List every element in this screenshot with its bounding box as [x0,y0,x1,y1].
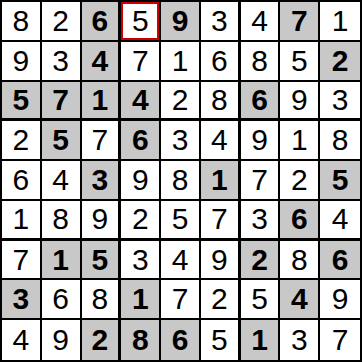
cell-r8c3[interactable]: 8 [82,280,122,320]
cell-r9c4[interactable]: 8 [121,320,161,360]
cell-r7c1[interactable]: 7 [2,241,42,281]
cell-r1c7[interactable]: 4 [241,2,281,42]
cell-r6c3[interactable]: 9 [82,201,122,241]
cell-r4c1[interactable]: 2 [2,121,42,161]
cell-r1c9[interactable]: 1 [320,2,360,42]
cell-r6c8[interactable]: 6 [280,201,320,241]
cell-r7c4[interactable]: 3 [121,241,161,281]
cell-r5c8[interactable]: 2 [280,161,320,201]
cell-r9c8[interactable]: 3 [280,320,320,360]
cell-r6c9[interactable]: 4 [320,201,360,241]
cell-r8c5[interactable]: 7 [161,280,201,320]
cell-r1c4[interactable]: 5 [121,2,161,42]
cell-r2c5[interactable]: 1 [161,42,201,82]
cell-r2c8[interactable]: 5 [280,42,320,82]
cell-r4c6[interactable]: 4 [201,121,241,161]
cell-r4c7[interactable]: 9 [241,121,281,161]
cell-r1c6[interactable]: 3 [201,2,241,42]
cell-r2c3[interactable]: 4 [82,42,122,82]
cell-r3c4[interactable]: 4 [121,82,161,122]
cell-r9c1[interactable]: 4 [2,320,42,360]
cell-r3c7[interactable]: 6 [241,82,281,122]
cell-r3c2[interactable]: 7 [42,82,82,122]
cell-r2c9[interactable]: 2 [320,42,360,82]
cell-r4c9[interactable]: 8 [320,121,360,161]
cell-r1c3[interactable]: 6 [82,2,122,42]
cell-r2c4[interactable]: 7 [121,42,161,82]
cell-r6c6[interactable]: 7 [201,201,241,241]
cell-r7c6[interactable]: 9 [201,241,241,281]
cell-r2c7[interactable]: 8 [241,42,281,82]
cell-r4c2[interactable]: 5 [42,121,82,161]
cell-r7c9[interactable]: 6 [320,241,360,281]
cell-r8c7[interactable]: 5 [241,280,281,320]
cell-r6c2[interactable]: 8 [42,201,82,241]
cell-r6c4[interactable]: 2 [121,201,161,241]
cell-r5c4[interactable]: 9 [121,161,161,201]
cell-r8c2[interactable]: 6 [42,280,82,320]
cell-r5c5[interactable]: 8 [161,161,201,201]
cell-r5c7[interactable]: 7 [241,161,281,201]
cell-r9c9[interactable]: 7 [320,320,360,360]
cell-r1c1[interactable]: 8 [2,2,42,42]
cell-r5c3[interactable]: 3 [82,161,122,201]
cell-r3c9[interactable]: 3 [320,82,360,122]
cell-r9c5[interactable]: 6 [161,320,201,360]
cell-r7c7[interactable]: 2 [241,241,281,281]
cell-r3c6[interactable]: 8 [201,82,241,122]
cell-r6c7[interactable]: 3 [241,201,281,241]
cell-r9c6[interactable]: 5 [201,320,241,360]
cell-r8c8[interactable]: 4 [280,280,320,320]
cell-r6c1[interactable]: 1 [2,201,42,241]
cell-r8c9[interactable]: 9 [320,280,360,320]
cell-r5c9[interactable]: 5 [320,161,360,201]
cell-r8c1[interactable]: 3 [2,280,42,320]
cell-r3c5[interactable]: 2 [161,82,201,122]
cell-r5c1[interactable]: 6 [2,161,42,201]
cell-r4c5[interactable]: 3 [161,121,201,161]
cell-r8c4[interactable]: 1 [121,280,161,320]
cell-r7c3[interactable]: 5 [82,241,122,281]
cell-r4c8[interactable]: 1 [280,121,320,161]
cell-r2c1[interactable]: 9 [2,42,42,82]
cell-r4c4[interactable]: 6 [121,121,161,161]
cell-r1c5[interactable]: 9 [161,2,201,42]
cell-r4c3[interactable]: 7 [82,121,122,161]
cell-r5c6[interactable]: 1 [201,161,241,201]
sudoku-board: 8265934719347168525714286932576349186439… [0,0,362,362]
cell-r7c2[interactable]: 1 [42,241,82,281]
cell-r3c3[interactable]: 1 [82,82,122,122]
cell-r1c2[interactable]: 2 [42,2,82,42]
cell-r3c8[interactable]: 9 [280,82,320,122]
cell-r2c6[interactable]: 6 [201,42,241,82]
cell-r6c5[interactable]: 5 [161,201,201,241]
cell-r9c2[interactable]: 9 [42,320,82,360]
cell-r8c6[interactable]: 2 [201,280,241,320]
cell-r2c2[interactable]: 3 [42,42,82,82]
cell-r7c5[interactable]: 4 [161,241,201,281]
cell-r9c3[interactable]: 2 [82,320,122,360]
cell-r9c7[interactable]: 1 [241,320,281,360]
cell-r1c8[interactable]: 7 [280,2,320,42]
cell-r5c2[interactable]: 4 [42,161,82,201]
cell-r7c8[interactable]: 8 [280,241,320,281]
cell-r3c1[interactable]: 5 [2,82,42,122]
